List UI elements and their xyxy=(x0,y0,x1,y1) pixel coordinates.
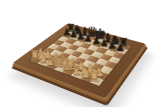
square-h1: ♜ xyxy=(89,77,104,86)
white-rook-h1: ♜ xyxy=(88,69,101,83)
black-pawn-h7: ♟ xyxy=(116,42,125,52)
chess-board: ♜♞♝♛♚♝♞♜♟♟♟♟♟♟♟♟♟♟♟♟♟♟♟♟♜♞♝♛♚♝♞♜ xyxy=(12,23,146,99)
chess-set-photo: ♜♞♝♛♚♝♞♜♟♟♟♟♟♟♟♟♟♟♟♟♟♟♟♟♜♞♝♛♚♝♞♜ xyxy=(0,0,160,107)
board-playing-field: ♜♞♝♛♚♝♞♜♟♟♟♟♟♟♟♟♟♟♟♟♟♟♟♟♜♞♝♛♚♝♞♜ xyxy=(30,29,131,86)
